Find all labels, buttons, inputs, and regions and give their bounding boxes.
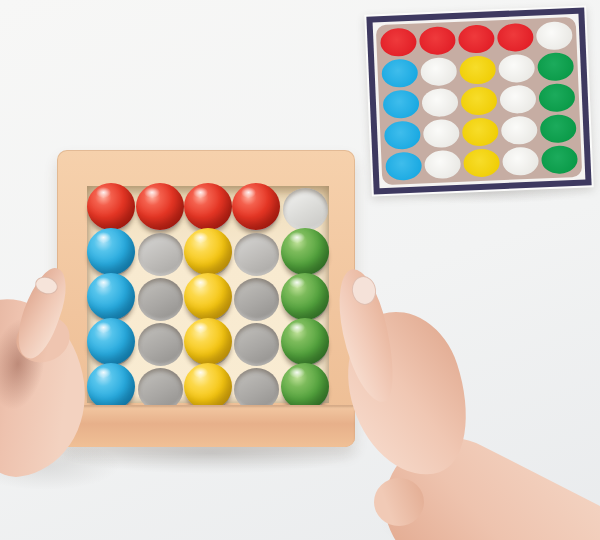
board-cell-r2c5: [281, 231, 329, 276]
right-hand-knuckle: [374, 478, 424, 526]
ball-highlight: [193, 322, 208, 333]
card-dot-green-r4c5: [540, 114, 577, 143]
ball-red[interactable]: [184, 183, 232, 230]
card-dot-white-r3c4: [499, 85, 536, 114]
board-cell-r5c4: [232, 366, 280, 411]
mirror-hole: [138, 323, 183, 366]
ball-red[interactable]: [232, 183, 280, 230]
ball-red[interactable]: [87, 183, 135, 230]
ball-highlight: [96, 322, 111, 333]
ball-highlight: [289, 322, 304, 333]
card-dot-red-r1c1: [380, 28, 417, 57]
pattern-card-border: [366, 8, 591, 195]
card-dot-yellow-r3c3: [460, 86, 497, 115]
mirror-hole: [138, 233, 183, 276]
ball-green[interactable]: [281, 318, 329, 365]
ball-highlight: [241, 187, 256, 198]
card-dot-red-r1c2: [419, 26, 456, 55]
board-cell-r1c2: [135, 186, 183, 231]
card-dot-white-r2c2: [420, 57, 457, 86]
board-cell-r3c2: [135, 276, 183, 321]
card-dot-yellow-r2c3: [459, 55, 496, 84]
board-cell-r4c5: [281, 321, 329, 366]
card-dot-white-r4c2: [423, 119, 460, 148]
card-dot-blue-r4c1: [384, 120, 421, 149]
card-dot-white-r4c4: [501, 116, 538, 145]
ball-highlight: [193, 277, 208, 288]
card-grid: [376, 17, 583, 185]
board-cell-r2c4: [232, 231, 280, 276]
ball-highlight: [193, 187, 208, 198]
ball-highlight: [96, 367, 111, 378]
board-cell-r4c4: [232, 321, 280, 366]
card-dot-green-r3c5: [538, 83, 575, 112]
board-cell-r1c4: [232, 186, 280, 231]
card-dot-white-r5c2: [424, 150, 461, 179]
mirror-hole: [234, 233, 279, 276]
board-cell-r4c3: [184, 321, 232, 366]
card-dot-green-r5c5: [541, 145, 578, 174]
ball-yellow[interactable]: [184, 273, 232, 320]
ball-green[interactable]: [281, 363, 329, 410]
card-dot-green-r2c5: [537, 52, 574, 81]
ball-highlight: [193, 232, 208, 243]
board-cell-r1c5: [281, 186, 329, 231]
ball-highlight: [144, 187, 159, 198]
mirror-hole: [283, 188, 328, 231]
ball-blue[interactable]: [87, 228, 135, 275]
wooden-board: [57, 150, 355, 447]
ball-highlight: [289, 232, 304, 243]
board-cell-r3c5: [281, 276, 329, 321]
card-dot-white-r1c5: [536, 21, 573, 50]
ball-blue[interactable]: [87, 363, 135, 410]
board-cell-r1c1: [87, 186, 135, 231]
ball-highlight: [96, 232, 111, 243]
board-cell-r4c2: [135, 321, 183, 366]
card-dot-blue-r2c1: [381, 59, 418, 88]
ball-highlight: [193, 367, 208, 378]
board-cell-r5c1: [87, 366, 135, 411]
ball-highlight: [289, 277, 304, 288]
board-cell-r4c1: [87, 321, 135, 366]
ball-yellow[interactable]: [184, 228, 232, 275]
board-cell-r5c3: [184, 366, 232, 411]
pattern-card: [364, 5, 593, 196]
mirror-hole: [138, 278, 183, 321]
card-dot-white-r3c2: [421, 88, 458, 117]
ball-green[interactable]: [281, 273, 329, 320]
card-dot-blue-r5c1: [385, 151, 422, 180]
card-dot-blue-r3c1: [382, 90, 419, 119]
board-cell-r5c5: [281, 366, 329, 411]
ball-green[interactable]: [281, 228, 329, 275]
card-dot-white-r5c4: [502, 147, 539, 176]
board-cell-r3c3: [184, 276, 232, 321]
board-cell-r2c3: [184, 231, 232, 276]
mirror-hole: [138, 368, 183, 411]
mirror-hole: [234, 278, 279, 321]
board-cell-r1c3: [184, 186, 232, 231]
board-cell-r2c1: [87, 231, 135, 276]
ball-highlight: [96, 187, 111, 198]
card-dot-white-r2c4: [498, 54, 535, 83]
card-dot-yellow-r5c3: [463, 148, 500, 177]
board-cell-r3c4: [232, 276, 280, 321]
card-dot-yellow-r4c3: [462, 117, 499, 146]
ball-yellow[interactable]: [184, 318, 232, 365]
board-cell-r3c1: [87, 276, 135, 321]
board-cell-r2c2: [135, 231, 183, 276]
board-floor: [87, 186, 329, 403]
ball-blue[interactable]: [87, 273, 135, 320]
mirror-hole: [234, 368, 279, 411]
card-dot-red-r1c4: [497, 23, 534, 52]
ball-blue[interactable]: [87, 318, 135, 365]
pattern-card-mat: [373, 14, 586, 188]
card-dot-red-r1c3: [458, 24, 495, 53]
ball-yellow[interactable]: [184, 363, 232, 410]
board-cell-r5c2: [135, 366, 183, 411]
ball-highlight: [289, 367, 304, 378]
ball-red[interactable]: [136, 183, 184, 230]
ball-highlight: [96, 277, 111, 288]
mirror-hole: [234, 323, 279, 366]
board-grid: [87, 186, 329, 411]
